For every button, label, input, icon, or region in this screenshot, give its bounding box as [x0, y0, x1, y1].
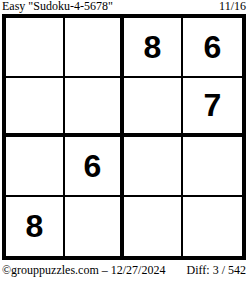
puzzle-title: Easy "Sudoku-4-5678" [2, 0, 113, 13]
cell-r1c2[interactable] [65, 18, 124, 78]
cell-r4c4[interactable] [183, 197, 242, 257]
cell-r4c1: 8 [6, 197, 65, 257]
difficulty-text: Diff: 3 / 542 [187, 263, 246, 277]
cell-r3c2: 6 [65, 137, 124, 197]
cell-r4c3[interactable] [124, 197, 183, 257]
page-header: Easy "Sudoku-4-5678" 11/16 [2, 0, 246, 14]
cell-r2c3[interactable] [124, 78, 183, 138]
cell-r1c3: 8 [124, 18, 183, 78]
page-footer: ©grouppuzzles.com – 12/27/2024 Diff: 3 /… [2, 263, 246, 277]
copyright-text: ©grouppuzzles.com – 12/27/2024 [2, 263, 165, 277]
cell-r3c4[interactable] [183, 137, 242, 197]
sudoku-board: 8 6 7 6 8 [2, 14, 246, 260]
cell-r2c4: 7 [183, 78, 242, 138]
cell-r1c1[interactable] [6, 18, 65, 78]
puzzle-counter: 11/16 [219, 0, 246, 13]
cell-r4c2[interactable] [65, 197, 124, 257]
cell-r2c2[interactable] [65, 78, 124, 138]
cell-r1c4: 6 [183, 18, 242, 78]
cell-r3c3[interactable] [124, 137, 183, 197]
cell-r2c1[interactable] [6, 78, 65, 138]
cell-r3c1[interactable] [6, 137, 65, 197]
